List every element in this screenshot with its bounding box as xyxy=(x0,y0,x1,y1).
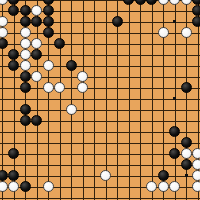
grid-line-vertical xyxy=(140,0,141,200)
black-stone xyxy=(181,159,192,170)
black-stone xyxy=(43,27,54,38)
grid-line-vertical xyxy=(83,0,84,200)
black-stone xyxy=(20,5,31,16)
black-stone xyxy=(169,126,180,137)
black-stone xyxy=(8,60,19,71)
black-stone xyxy=(181,82,192,93)
white-stone xyxy=(181,148,192,159)
white-stone xyxy=(54,82,65,93)
white-stone xyxy=(158,181,169,192)
grid-line-vertical xyxy=(152,0,153,200)
point-marker-icon xyxy=(185,174,188,177)
white-stone xyxy=(20,27,31,38)
black-stone xyxy=(20,16,31,27)
black-stone xyxy=(158,170,169,181)
white-stone xyxy=(192,148,200,159)
black-stone xyxy=(20,181,31,192)
white-stone xyxy=(192,170,200,181)
black-stone xyxy=(8,49,19,60)
point-marker-icon xyxy=(173,97,176,100)
white-stone xyxy=(43,82,54,93)
black-stone xyxy=(8,170,19,181)
white-stone xyxy=(192,181,200,192)
white-stone xyxy=(20,38,31,49)
white-stone xyxy=(43,60,54,71)
grid-line-horizontal xyxy=(0,165,200,166)
grid-line-vertical xyxy=(37,0,38,200)
black-stone xyxy=(146,0,157,5)
white-stone xyxy=(31,38,42,49)
white-stone xyxy=(169,181,180,192)
go-board[interactable] xyxy=(0,0,200,200)
white-stone xyxy=(31,5,42,16)
black-stone xyxy=(43,5,54,16)
white-stone xyxy=(181,0,192,5)
white-stone xyxy=(77,71,88,82)
white-stone xyxy=(192,159,200,170)
black-stone xyxy=(0,170,8,181)
white-stone xyxy=(8,181,19,192)
black-stone xyxy=(54,38,65,49)
white-stone xyxy=(169,0,180,5)
white-stone xyxy=(0,0,8,5)
white-stone xyxy=(0,16,8,27)
white-stone xyxy=(100,170,111,181)
black-stone xyxy=(31,49,42,60)
grid-line-vertical xyxy=(117,0,118,200)
black-stone xyxy=(135,0,146,5)
point-marker-icon xyxy=(173,20,176,23)
black-stone xyxy=(8,5,19,16)
black-stone xyxy=(192,5,200,16)
white-stone xyxy=(146,181,157,192)
black-stone xyxy=(0,38,8,49)
grid-line-vertical xyxy=(60,0,61,200)
white-stone xyxy=(0,181,8,192)
white-stone xyxy=(20,49,31,60)
black-stone xyxy=(181,137,192,148)
grid-line-vertical xyxy=(129,0,130,200)
black-stone xyxy=(169,148,180,159)
white-stone xyxy=(158,0,169,5)
black-stone xyxy=(20,71,31,82)
black-stone xyxy=(31,16,42,27)
grid-line-horizontal xyxy=(0,198,200,199)
black-stone xyxy=(43,16,54,27)
black-stone xyxy=(112,16,123,27)
white-stone xyxy=(31,71,42,82)
black-stone xyxy=(192,16,200,27)
white-stone xyxy=(181,27,192,38)
black-stone xyxy=(20,104,31,115)
grid-line-horizontal xyxy=(0,143,200,144)
white-stone xyxy=(43,181,54,192)
black-stone xyxy=(66,60,77,71)
grid-line-vertical xyxy=(175,0,176,200)
white-stone xyxy=(0,27,8,38)
white-stone xyxy=(66,104,77,115)
black-stone xyxy=(20,82,31,93)
white-stone xyxy=(20,60,31,71)
black-stone xyxy=(31,115,42,126)
go-app-screenshot xyxy=(0,0,200,200)
black-stone xyxy=(123,0,134,5)
grid-line-horizontal xyxy=(0,99,200,100)
black-stone xyxy=(20,115,31,126)
white-stone xyxy=(77,82,88,93)
grid-line-vertical xyxy=(71,0,72,200)
black-stone xyxy=(8,148,19,159)
grid-line-vertical xyxy=(94,0,95,200)
white-stone xyxy=(158,27,169,38)
